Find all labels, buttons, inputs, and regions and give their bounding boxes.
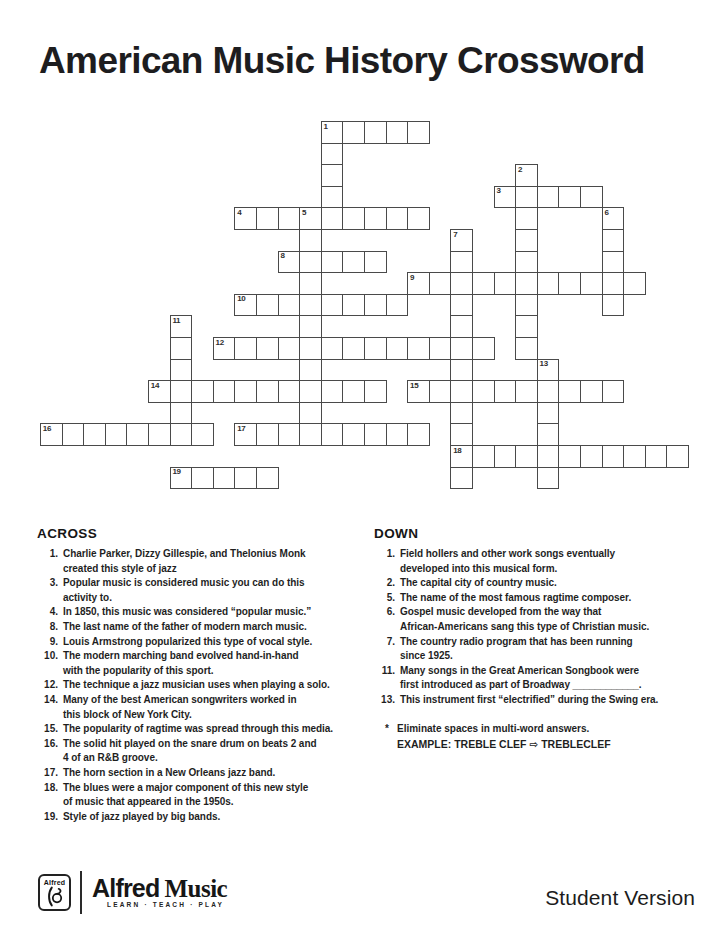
grid-cell [515,337,538,360]
brand-alfred: Alfred [92,874,159,902]
grid-cell: 14 [148,380,171,403]
across-heading: ACROSS [37,526,371,541]
grid-cell [386,337,409,360]
grid-cell: 17 [234,423,257,446]
cell-number: 7 [453,231,457,239]
grid-cell [321,337,344,360]
grid-cell [580,445,603,468]
clue-text: This instrument first “electrified” duri… [400,693,658,708]
clue-text: The technique a jazz musician uses when … [63,678,330,693]
grid-cell: 18 [450,445,473,468]
note-example: EXAMPLE: TREBLE CLEF ⇨ TREBLECLEF [397,737,611,752]
clue-item: 2.The capital city of country music. [374,576,708,591]
cell-number: 4 [237,209,241,217]
grid-cell [515,251,538,274]
grid-cell [278,380,301,403]
grid-cell [299,229,322,252]
grid-cell [450,315,473,338]
grid-cell [299,402,322,425]
grid-cell [515,380,538,403]
cell-number: 17 [237,425,245,433]
grid-cell [256,380,279,403]
clue-number: 12. [37,678,58,693]
grid-cell [602,294,625,317]
grid-cell [386,121,409,144]
grid-cell [386,423,409,446]
cell-number: 10 [237,295,245,303]
grid-cell [234,337,257,360]
grid-cell [299,251,322,274]
grid-cell [83,423,106,446]
grid-cell [472,380,495,403]
clue-text: The solid hit played on the snare drum o… [63,737,317,766]
grid-cell [191,423,214,446]
alfred-logo-badge: Alfred [38,874,71,911]
grid-cell [299,315,322,338]
clue-item: 19.Style of jazz played by big bands. [37,810,371,825]
clue-number: 4. [37,605,58,620]
grid-cell [321,251,344,274]
clue-item: 12.The technique a jazz musician uses wh… [37,678,371,693]
clue-text: Louis Armstrong popularized this type of… [63,635,312,650]
grid-cell [515,445,538,468]
grid-cell: 11 [170,315,193,338]
clue-item: 10.The modern marching band evolved hand… [37,649,371,678]
clue-number: 16. [37,737,58,752]
clue-text: Field hollers and other work songs event… [400,547,615,576]
clue-item: 9.Louis Armstrong popularized this type … [37,635,371,650]
grid-cell: 2 [515,164,538,187]
grid-cell [191,380,214,403]
grid-cell: 12 [213,337,236,360]
grid-cell [234,467,257,490]
clue-text: The popularity of ragtime was spread thr… [63,722,333,737]
down-heading: DOWN [374,526,708,541]
cell-number: 3 [496,187,500,195]
grid-cell [515,207,538,230]
across-clue-list: 1.Charlie Parker, Dizzy Gillespie, and T… [37,547,371,824]
grid-cell [537,423,560,446]
cell-number: 5 [302,209,306,217]
grid-cell [450,380,473,403]
clue-text: Many of the best American songwriters wo… [63,693,296,722]
grid-cell [407,337,430,360]
grid-cell [623,445,646,468]
grid-cell [537,272,560,295]
grid-cell [105,423,128,446]
grid-cell [558,380,581,403]
grid-cell [213,380,236,403]
grid-cell [299,359,322,382]
cell-number: 13 [540,360,548,368]
grid-cell [148,423,171,446]
grid-cell [342,423,365,446]
grid-cell [602,272,625,295]
grid-cell [256,207,279,230]
grid-cell [407,121,430,144]
cell-number: 15 [410,382,418,390]
grid-cell [537,467,560,490]
clue-item: 6.Gospel music developed from the way th… [374,605,708,634]
down-clue-list: 1.Field hollers and other work songs eve… [374,547,708,708]
grid-cell [364,337,387,360]
grid-cell [321,423,344,446]
clue-text: In 1850, this music was considered “popu… [63,605,311,620]
grid-cell: 10 [234,294,257,317]
clue-text: Charlie Parker, Dizzy Gillespie, and The… [63,547,306,576]
grid-cell: 8 [278,251,301,274]
clue-text: Popular music is considered music you ca… [63,576,305,605]
grid-cell [299,423,322,446]
clue-text: Many songs in the Great American Songboo… [400,664,642,693]
grid-cell: 1 [321,121,344,144]
clue-item: 7.The country radio program that has bee… [374,635,708,664]
grid-cell [537,445,560,468]
cell-number: 1 [324,123,328,131]
grid-cell [645,445,668,468]
worksheet-page: { "page": { "title": "American Music His… [0,0,728,944]
grid-cell [364,251,387,274]
clue-item: 11.Many songs in the Great American Song… [374,664,708,693]
grid-cell [450,467,473,490]
grid-cell [170,380,193,403]
clue-number: 19. [37,810,58,825]
clue-number: 13. [374,693,395,708]
cell-number: 11 [172,317,180,325]
clue-text: The last name of the father of modern ma… [63,620,307,635]
clue-number: 15. [37,722,58,737]
grid-cell [407,207,430,230]
clue-number: 3. [37,576,58,591]
grid-cell [342,251,365,274]
grid-cell [429,380,452,403]
grid-cell [170,402,193,425]
grid-cell [602,445,625,468]
grid-cell [472,445,495,468]
grid-cell [386,207,409,230]
cell-number: 12 [216,339,224,347]
grid-cell [342,380,365,403]
clue-number: 5. [374,591,395,606]
grid-cell [602,229,625,252]
grid-cell [170,337,193,360]
clue-number: 11. [374,664,395,679]
across-clues-section: ACROSS 1.Charlie Parker, Dizzy Gillespie… [37,526,371,824]
grid-cell: 5 [299,207,322,230]
grid-cell [299,380,322,403]
clue-text: Gospel music developed from the way that… [400,605,649,634]
grid-cell [450,337,473,360]
grid-cell [666,445,689,468]
brand-wordmark: AlfredMusic [92,874,227,903]
grid-cell [429,337,452,360]
badge-brand-text: Alfred [40,879,69,886]
page-title: American Music History Crossword [39,40,645,82]
note-bullet: * [385,722,393,751]
clue-item: 4.In 1850, this music was considered “po… [37,605,371,620]
grid-cell [278,207,301,230]
grid-cell [364,380,387,403]
grid-cell [450,359,473,382]
grid-cell [299,272,322,295]
grid-cell [364,423,387,446]
grid-cell: 3 [494,186,517,209]
grid-cell: 13 [537,359,560,382]
clue-text: The modern marching band evolved hand-in… [63,649,299,678]
grid-cell [537,380,560,403]
grid-cell: 16 [40,423,63,446]
instruction-note: * Eliminate spaces in multi-word answers… [385,722,708,751]
grid-cell [256,423,279,446]
clue-item: 15.The popularity of ragtime was spread … [37,722,371,737]
clue-number: 6. [374,605,395,620]
grid-cell [299,337,322,360]
grid-cell [623,272,646,295]
grid-cell [558,445,581,468]
grid-cell [386,294,409,317]
clue-text: The name of the most famous ragtime comp… [400,591,631,606]
grid-cell [256,294,279,317]
grid-cell [364,294,387,317]
grid-cell [450,402,473,425]
grid-cell [364,121,387,144]
grid-cell: 7 [450,229,473,252]
grid-cell [126,423,149,446]
clef-glyph-icon [45,886,65,907]
clue-number: 8. [37,620,58,635]
grid-cell [558,186,581,209]
grid-cell [602,380,625,403]
grid-cell [342,337,365,360]
grid-cell [321,186,344,209]
grid-cell [256,467,279,490]
grid-cell: 19 [170,467,193,490]
grid-cell [515,294,538,317]
grid-cell: 9 [407,272,430,295]
grid-cell [450,251,473,274]
clue-text: Style of jazz played by big bands. [63,810,220,825]
clue-text: The horn section in a New Orleans jazz b… [63,766,275,781]
cell-number: 8 [280,252,284,260]
grid-cell [256,337,279,360]
clue-item: 14.Many of the best American songwriters… [37,693,371,722]
clue-number: 2. [374,576,395,591]
grid-cell [191,467,214,490]
grid-cell [364,207,387,230]
grid-cell [558,272,581,295]
grid-cell [342,294,365,317]
footer-divider [80,871,82,914]
crossword-grid: 12345678910111213141516171819 [40,121,690,490]
grid-cell: 4 [234,207,257,230]
clue-item: 8.The last name of the father of modern … [37,620,371,635]
clue-item: 1.Field hollers and other work songs eve… [374,547,708,576]
grid-cell: 15 [407,380,430,403]
grid-cell [472,272,495,295]
grid-cell [278,423,301,446]
cell-number: 16 [43,425,51,433]
grid-cell [213,467,236,490]
cell-number: 9 [410,274,414,282]
grid-cell [429,272,452,295]
grid-cell [515,315,538,338]
grid-cell [515,272,538,295]
grid-cell [537,186,560,209]
grid-cell [537,402,560,425]
grid-cell [299,294,322,317]
grid-cell [407,423,430,446]
clue-text: The country radio program that has been … [400,635,633,664]
clue-item: 17.The horn section in a New Orleans jaz… [37,766,371,781]
grid-cell [494,272,517,295]
grid-cell [234,380,257,403]
cell-number: 19 [172,468,180,476]
grid-cell [494,445,517,468]
brand-tagline: LEARN · TEACH · PLAY [107,901,224,908]
grid-cell [450,272,473,295]
grid-cell [580,380,603,403]
clue-number: 17. [37,766,58,781]
grid-cell [515,229,538,252]
clue-number: 7. [374,635,395,650]
clue-item: 1.Charlie Parker, Dizzy Gillespie, and T… [37,547,371,576]
grid-cell [278,337,301,360]
grid-cell [450,294,473,317]
grid-cell [170,423,193,446]
grid-cell [342,207,365,230]
grid-cell [278,294,301,317]
clue-item: 16.The solid hit played on the snare dru… [37,737,371,766]
grid-cell [580,186,603,209]
grid-cell [450,423,473,446]
grid-cell [342,121,365,144]
grid-cell [321,380,344,403]
grid-cell [62,423,85,446]
clue-number: 10. [37,649,58,664]
grid-cell [321,294,344,317]
cell-number: 18 [453,447,461,455]
down-clues-section: DOWN 1.Field hollers and other work song… [374,526,708,751]
grid-cell [580,272,603,295]
grid-cell: 6 [602,207,625,230]
grid-cell [321,164,344,187]
note-text: Eliminate spaces in multi-word answers. [397,722,611,737]
cell-number: 14 [151,382,159,390]
clue-item: 18.The blues were a major component of t… [37,781,371,810]
grid-cell [321,143,344,166]
brand-music: Music [164,875,227,902]
clue-number: 1. [37,547,58,562]
clue-number: 9. [37,635,58,650]
grid-cell [321,207,344,230]
grid-cell [602,251,625,274]
cell-number: 6 [604,209,608,217]
clue-number: 1. [374,547,395,562]
grid-cell [515,186,538,209]
grid-cell [170,359,193,382]
clue-number: 14. [37,693,58,708]
clue-text: The blues were a major component of this… [63,781,308,810]
version-label: Student Version [545,886,695,910]
grid-cell [494,380,517,403]
clue-item: 13.This instrument first “electrified” d… [374,693,708,708]
clue-item: 3.Popular music is considered music you … [37,576,371,605]
clue-item: 5.The name of the most famous ragtime co… [374,591,708,606]
grid-cell [472,337,495,360]
clue-number: 18. [37,781,58,796]
cell-number: 2 [518,166,522,174]
clue-text: The capital city of country music. [400,576,557,591]
